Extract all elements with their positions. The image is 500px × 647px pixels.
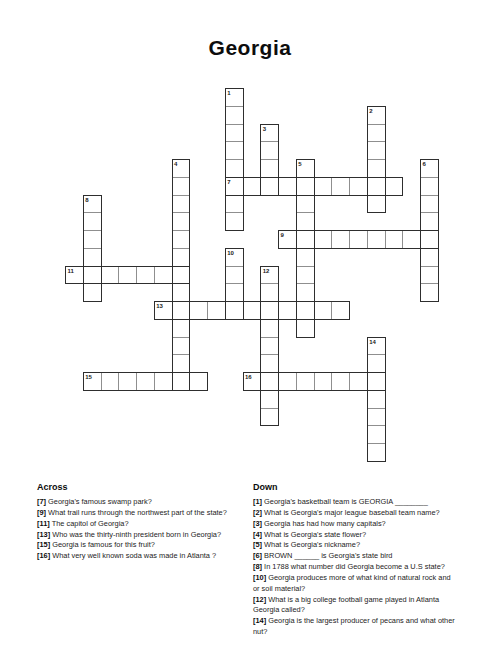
grid-cell[interactable]: [314, 372, 333, 391]
clue-number-label: [5]: [253, 540, 262, 549]
grid-cell[interactable]: [349, 230, 368, 249]
grid-cell[interactable]: [260, 159, 279, 178]
across-clue-11: [11] The capitol of Georgia?: [37, 519, 249, 530]
clue-text: The capitol of Georgia?: [52, 519, 129, 528]
down-clues-column: Down [1] Georgia's basketball team is GE…: [253, 482, 488, 638]
grid-cell[interactable]: [296, 283, 315, 302]
grid-cell[interactable]: [367, 372, 386, 391]
clue-text: What is Georgia's state flower?: [264, 530, 366, 539]
grid-cell[interactable]: [260, 354, 279, 373]
grid-cell[interactable]: [260, 337, 279, 356]
clue-text: What trail runs through the northwest pa…: [48, 508, 227, 517]
clue-number-label: [3]: [253, 519, 262, 528]
grid-cell[interactable]: [420, 159, 439, 178]
grid-cell[interactable]: [296, 248, 315, 267]
grid-cell[interactable]: [189, 372, 208, 391]
grid-cell[interactable]: [331, 230, 350, 249]
across-clue-9: [9] What trail runs through the northwes…: [37, 508, 249, 519]
grid-cell[interactable]: [172, 266, 191, 285]
grid-cell[interactable]: [296, 195, 315, 214]
grid-cell[interactable]: [83, 212, 102, 231]
down-clue-5: [5] What is Georgia's nickname?: [253, 540, 488, 551]
clue-text: What is Georgia's nickname?: [264, 540, 360, 549]
grid-cell[interactable]: [118, 372, 137, 391]
grid-cell[interactable]: [260, 319, 279, 338]
grid-cell[interactable]: [136, 372, 155, 391]
across-clue-16: [16] What very well known soda was made …: [37, 551, 249, 562]
grid-cell[interactable]: [172, 319, 191, 338]
clue-text: Georgia is famous for this fruit?: [52, 540, 155, 549]
down-clue-12: [12] What is a big college football game…: [253, 595, 488, 606]
grid-cell[interactable]: [367, 354, 386, 373]
grid-cell[interactable]: [225, 141, 244, 160]
grid-cell[interactable]: [367, 124, 386, 143]
grid-cell[interactable]: [118, 266, 137, 285]
clue-number-label: [9]: [37, 508, 46, 517]
grid-cell[interactable]: [278, 230, 297, 249]
clue-number-label: [4]: [253, 530, 262, 539]
clue-number-label: [11]: [37, 519, 50, 528]
clue-text: What is Georgia's major league baseball …: [264, 508, 440, 517]
clue-text: BROWN ______ is Georgia's state bird: [264, 551, 392, 560]
clue-text: or soil material?: [253, 584, 305, 593]
grid-cell[interactable]: [225, 195, 244, 214]
grid-cell[interactable]: [172, 212, 191, 231]
grid-cell[interactable]: [154, 301, 173, 320]
grid-cell[interactable]: [154, 266, 173, 285]
grid-cell[interactable]: [260, 390, 279, 409]
grid-cell[interactable]: [402, 230, 421, 249]
grid-cell[interactable]: [225, 124, 244, 143]
grid-cell[interactable]: [314, 301, 333, 320]
down-clue-8: [8] In 1788 what number did Georgia beco…: [253, 562, 488, 573]
clue-text: Georgia's famous swamp park?: [48, 497, 152, 506]
grid-cell[interactable]: [172, 301, 191, 320]
grid-cell[interactable]: [420, 177, 439, 196]
clue-text: Georgia produces more of what kind of na…: [268, 573, 450, 582]
grid-cell[interactable]: [225, 212, 244, 231]
grid-cell[interactable]: [296, 319, 315, 338]
down-clue-4: [4] What is Georgia's state flower?: [253, 530, 488, 541]
grid-cell[interactable]: [331, 177, 350, 196]
grid-cell[interactable]: [420, 212, 439, 231]
across-clue-list: [7] Georgia's famous swamp park?[9] What…: [37, 497, 249, 562]
clue-text: In 1788 what number did Georgia become a…: [264, 562, 445, 571]
grid-cell[interactable]: [260, 266, 279, 285]
grid-cell[interactable]: [260, 124, 279, 143]
grid-cell[interactable]: [101, 266, 120, 285]
clue-number-label: [8]: [253, 562, 262, 571]
grid-cell[interactable]: [65, 266, 84, 285]
clue-number-label: [13]: [37, 530, 50, 539]
grid-cell[interactable]: [385, 230, 404, 249]
grid-cell[interactable]: [260, 177, 279, 196]
grid-cell[interactable]: [83, 266, 102, 285]
grid-cell[interactable]: [367, 337, 386, 356]
clue-text: Georgia is the largest producer of pecan…: [268, 616, 455, 625]
grid-cell[interactable]: [420, 248, 439, 267]
grid-cell[interactable]: [296, 230, 315, 249]
down-clue-list: [1] Georgia's basketball team is GEORGIA…: [253, 497, 488, 638]
clue-number-label: [12]: [253, 595, 266, 604]
grid-cell[interactable]: [331, 372, 350, 391]
grid-cell[interactable]: [83, 283, 102, 302]
grid-cell[interactable]: [101, 372, 120, 391]
grid-cell[interactable]: [296, 212, 315, 231]
grid-cell[interactable]: [296, 266, 315, 285]
grid-cell[interactable]: [154, 372, 173, 391]
grid-cell[interactable]: [225, 88, 244, 107]
clue-text: Who was the thirty-ninth president born …: [52, 530, 221, 539]
grid-cell[interactable]: [420, 266, 439, 285]
down-clue-14-cont: nut?: [253, 627, 488, 638]
grid-cell[interactable]: [225, 301, 244, 320]
grid-cell[interactable]: [314, 177, 333, 196]
grid-cell[interactable]: [367, 106, 386, 125]
down-clue-1: [1] Georgia's basketball team is GEORGIA…: [253, 497, 488, 508]
down-clue-10-cont: or soil material?: [253, 584, 488, 595]
grid-cell[interactable]: [172, 354, 191, 373]
grid-cell[interactable]: [296, 177, 315, 196]
grid-cell[interactable]: [367, 195, 386, 214]
grid-cell[interactable]: [172, 248, 191, 267]
grid-cell[interactable]: [420, 195, 439, 214]
grid-cell[interactable]: [367, 177, 386, 196]
grid-cell[interactable]: [349, 372, 368, 391]
clue-number-label: [7]: [37, 497, 46, 506]
across-header: Across: [37, 482, 249, 493]
grid-cell[interactable]: [83, 195, 102, 214]
grid-cell[interactable]: [83, 248, 102, 267]
clue-number-label: [16]: [37, 551, 50, 560]
clue-number-label: [6]: [253, 551, 262, 560]
grid-cell[interactable]: [314, 230, 333, 249]
down-clue-6: [6] BROWN ______ is Georgia's state bird: [253, 551, 488, 562]
grid-cell[interactable]: [278, 372, 297, 391]
grid-cell[interactable]: [296, 159, 315, 178]
grid-cell[interactable]: [172, 372, 191, 391]
grid-cell[interactable]: [225, 106, 244, 125]
clue-text: nut?: [253, 627, 267, 636]
grid-cell[interactable]: [207, 301, 226, 320]
clue-number-label: [15]: [37, 540, 50, 549]
across-clue-13: [13] Who was the thirty-ninth president …: [37, 530, 249, 541]
grid-cell[interactable]: [296, 372, 315, 391]
down-clue-3: [3] Georgia has had how many capitals?: [253, 519, 488, 530]
across-clue-7: [7] Georgia's famous swamp park?: [37, 497, 249, 508]
grid-cell[interactable]: [349, 177, 368, 196]
grid-cell[interactable]: [225, 266, 244, 285]
clue-number-label: [1]: [253, 497, 262, 506]
grid-cell[interactable]: [225, 159, 244, 178]
grid-cell[interactable]: [260, 372, 279, 391]
grid-cell[interactable]: [260, 141, 279, 160]
clue-number-label: [2]: [253, 508, 262, 517]
clue-text: What is a big college football game play…: [268, 595, 439, 604]
grid-cell[interactable]: [385, 177, 404, 196]
grid-cell[interactable]: [83, 230, 102, 249]
grid-cell[interactable]: [172, 337, 191, 356]
grid-cell[interactable]: [189, 301, 208, 320]
grid-cell[interactable]: [367, 443, 386, 462]
grid-cell[interactable]: [225, 248, 244, 267]
grid-cell[interactable]: [367, 408, 386, 427]
grid-cell[interactable]: [367, 425, 386, 444]
crossword-grid: 79111315161234568101214: [65, 88, 439, 462]
clue-text: Georgia has had how many capitals?: [264, 519, 386, 528]
grid-cell[interactable]: [172, 159, 191, 178]
down-clue-10: [10] Georgia produces more of what kind …: [253, 573, 488, 584]
grid-cell[interactable]: [367, 159, 386, 178]
down-header: Down: [253, 482, 488, 493]
across-clues-column: Across [7] Georgia's famous swamp park?[…: [37, 482, 249, 562]
clue-text: Georgia called?: [253, 605, 305, 614]
grid-cell[interactable]: [243, 177, 262, 196]
down-clue-12-cont: Georgia called?: [253, 605, 488, 616]
grid-cell[interactable]: [225, 283, 244, 302]
grid-cell[interactable]: [260, 301, 279, 320]
grid-cell[interactable]: [367, 141, 386, 160]
grid-cell[interactable]: [260, 283, 279, 302]
grid-cell[interactable]: [172, 283, 191, 302]
clue-text: Georgia's basketball team is GEORGIA ___…: [264, 497, 428, 506]
clue-number-label: [10]: [253, 573, 266, 582]
grid-cell[interactable]: [296, 301, 315, 320]
grid-cell[interactable]: [225, 177, 244, 196]
clue-number-label: [14]: [253, 616, 266, 625]
clue-text: What very well known soda was made in At…: [52, 551, 216, 560]
grid-cell[interactable]: [243, 372, 262, 391]
grid-cell[interactable]: [420, 230, 439, 249]
down-clue-2: [2] What is Georgia's major league baseb…: [253, 508, 488, 519]
grid-cell[interactable]: [243, 301, 262, 320]
grid-cell[interactable]: [83, 372, 102, 391]
grid-cell[interactable]: [367, 390, 386, 409]
grid-cell[interactable]: [172, 177, 191, 196]
grid-cell[interactable]: [172, 195, 191, 214]
grid-cell[interactable]: [172, 230, 191, 249]
across-clue-15: [15] Georgia is famous for this fruit?: [37, 540, 249, 551]
down-clue-14: [14] Georgia is the largest producer of …: [253, 616, 488, 627]
grid-cell[interactable]: [420, 283, 439, 302]
grid-cell[interactable]: [331, 301, 350, 320]
grid-cell[interactable]: [278, 177, 297, 196]
grid-cell[interactable]: [278, 301, 297, 320]
grid-cell[interactable]: [260, 408, 279, 427]
grid-cell[interactable]: [367, 230, 386, 249]
grid-cell[interactable]: [136, 266, 155, 285]
puzzle-title: Georgia: [0, 36, 500, 60]
